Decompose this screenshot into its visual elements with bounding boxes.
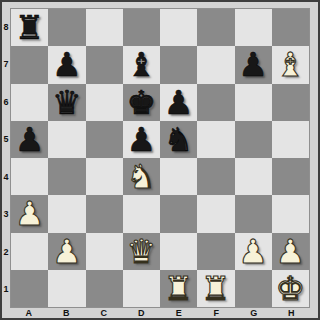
square-a2[interactable] bbox=[11, 233, 48, 270]
black-pawn-a5: ♟ bbox=[11, 121, 48, 158]
white-rook-f1: ♜ bbox=[197, 270, 234, 307]
black-pawn-b7: ♟ bbox=[48, 46, 85, 83]
rank-label-8: 8 bbox=[2, 8, 10, 46]
square-b8[interactable] bbox=[48, 9, 85, 46]
file-label-d: D bbox=[123, 308, 161, 318]
rank-labels: 87654321 bbox=[2, 8, 10, 308]
square-g4[interactable] bbox=[235, 158, 272, 195]
square-e2[interactable] bbox=[160, 233, 197, 270]
square-g2[interactable]: ♟ bbox=[235, 233, 272, 270]
black-king-d6: ♚ bbox=[123, 84, 160, 121]
square-h8[interactable] bbox=[272, 9, 309, 46]
square-g7[interactable]: ♟ bbox=[235, 46, 272, 83]
file-label-g: G bbox=[235, 308, 273, 318]
square-a1[interactable] bbox=[11, 270, 48, 307]
square-e1[interactable]: ♜ bbox=[160, 270, 197, 307]
square-f7[interactable] bbox=[197, 46, 234, 83]
square-c5[interactable] bbox=[86, 121, 123, 158]
file-label-c: C bbox=[85, 308, 123, 318]
square-c3[interactable] bbox=[86, 195, 123, 232]
rank-label-6: 6 bbox=[2, 83, 10, 121]
square-g1[interactable] bbox=[235, 270, 272, 307]
file-label-e: E bbox=[160, 308, 198, 318]
chess-diagram: 87654321 ♜♟♝♟♝♛♚♟♟♟♞♞♟♟♛♟♟♜♜♚ ABCDEFGH bbox=[0, 0, 320, 320]
square-b1[interactable] bbox=[48, 270, 85, 307]
black-pawn-g7: ♟ bbox=[235, 46, 272, 83]
square-g8[interactable] bbox=[235, 9, 272, 46]
square-g3[interactable] bbox=[235, 195, 272, 232]
square-f5[interactable] bbox=[197, 121, 234, 158]
white-bishop-h7: ♝ bbox=[272, 46, 309, 83]
square-d2[interactable]: ♛ bbox=[123, 233, 160, 270]
square-b6[interactable]: ♛ bbox=[48, 84, 85, 121]
black-knight-e5: ♞ bbox=[160, 121, 197, 158]
rank-label-4: 4 bbox=[2, 158, 10, 196]
square-a8[interactable]: ♜ bbox=[11, 9, 48, 46]
black-queen-b6: ♛ bbox=[48, 84, 85, 121]
white-pawn-h2: ♟ bbox=[272, 233, 309, 270]
square-g6[interactable] bbox=[235, 84, 272, 121]
black-rook-a8: ♜ bbox=[11, 9, 48, 46]
file-label-f: F bbox=[198, 308, 236, 318]
square-e4[interactable] bbox=[160, 158, 197, 195]
square-b5[interactable] bbox=[48, 121, 85, 158]
square-a5[interactable]: ♟ bbox=[11, 121, 48, 158]
square-e3[interactable] bbox=[160, 195, 197, 232]
square-a7[interactable] bbox=[11, 46, 48, 83]
square-c8[interactable] bbox=[86, 9, 123, 46]
square-b7[interactable]: ♟ bbox=[48, 46, 85, 83]
rank-label-1: 1 bbox=[2, 271, 10, 309]
square-e5[interactable]: ♞ bbox=[160, 121, 197, 158]
chess-board: ♜♟♝♟♝♛♚♟♟♟♞♞♟♟♛♟♟♜♜♚ bbox=[10, 8, 310, 308]
square-e6[interactable]: ♟ bbox=[160, 84, 197, 121]
square-f6[interactable] bbox=[197, 84, 234, 121]
square-e7[interactable] bbox=[160, 46, 197, 83]
square-d5[interactable]: ♟ bbox=[123, 121, 160, 158]
rank-label-3: 3 bbox=[2, 196, 10, 234]
square-c2[interactable] bbox=[86, 233, 123, 270]
black-pawn-e6: ♟ bbox=[160, 84, 197, 121]
rank-label-5: 5 bbox=[2, 121, 10, 159]
square-g5[interactable] bbox=[235, 121, 272, 158]
square-d6[interactable]: ♚ bbox=[123, 84, 160, 121]
square-c4[interactable] bbox=[86, 158, 123, 195]
square-a6[interactable] bbox=[11, 84, 48, 121]
square-d8[interactable] bbox=[123, 9, 160, 46]
square-c1[interactable] bbox=[86, 270, 123, 307]
square-h6[interactable] bbox=[272, 84, 309, 121]
white-pawn-g2: ♟ bbox=[235, 233, 272, 270]
file-label-b: B bbox=[48, 308, 86, 318]
square-f4[interactable] bbox=[197, 158, 234, 195]
square-f3[interactable] bbox=[197, 195, 234, 232]
square-f2[interactable] bbox=[197, 233, 234, 270]
rank-label-2: 2 bbox=[2, 233, 10, 271]
white-queen-d2: ♛ bbox=[123, 233, 160, 270]
square-d4[interactable]: ♞ bbox=[123, 158, 160, 195]
white-pawn-b2: ♟ bbox=[48, 233, 85, 270]
square-a3[interactable]: ♟ bbox=[11, 195, 48, 232]
file-labels: ABCDEFGH bbox=[10, 308, 310, 318]
file-label-a: A bbox=[10, 308, 48, 318]
square-f8[interactable] bbox=[197, 9, 234, 46]
white-pawn-a3: ♟ bbox=[11, 195, 48, 232]
file-label-h: H bbox=[273, 308, 311, 318]
black-pawn-d5: ♟ bbox=[123, 121, 160, 158]
square-d1[interactable] bbox=[123, 270, 160, 307]
square-h2[interactable]: ♟ bbox=[272, 233, 309, 270]
white-king-h1: ♚ bbox=[272, 270, 309, 307]
square-f1[interactable]: ♜ bbox=[197, 270, 234, 307]
square-d7[interactable]: ♝ bbox=[123, 46, 160, 83]
square-c7[interactable] bbox=[86, 46, 123, 83]
rank-label-7: 7 bbox=[2, 46, 10, 84]
white-knight-d4: ♞ bbox=[123, 158, 160, 195]
square-h5[interactable] bbox=[272, 121, 309, 158]
square-a4[interactable] bbox=[11, 158, 48, 195]
square-h4[interactable] bbox=[272, 158, 309, 195]
square-c6[interactable] bbox=[86, 84, 123, 121]
square-h1[interactable]: ♚ bbox=[272, 270, 309, 307]
black-bishop-d7: ♝ bbox=[123, 46, 160, 83]
square-h7[interactable]: ♝ bbox=[272, 46, 309, 83]
square-b2[interactable]: ♟ bbox=[48, 233, 85, 270]
square-d3[interactable] bbox=[123, 195, 160, 232]
square-e8[interactable] bbox=[160, 9, 197, 46]
white-rook-e1: ♜ bbox=[160, 270, 197, 307]
square-h3[interactable] bbox=[272, 195, 309, 232]
square-b3[interactable] bbox=[48, 195, 85, 232]
square-b4[interactable] bbox=[48, 158, 85, 195]
